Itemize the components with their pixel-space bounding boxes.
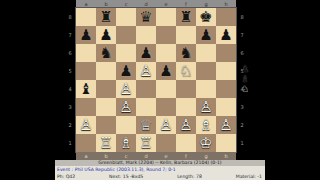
rank-label-5: 5 (65, 62, 75, 80)
white-bishop: ♗ (199, 116, 212, 134)
square-g8: ♚ (196, 8, 216, 26)
rank-label-2: 2 (237, 116, 247, 134)
captured-black-pawn: ♟ (241, 64, 249, 74)
square-f3 (176, 98, 196, 116)
square-g6 (196, 44, 216, 62)
file-label-f: f (176, 152, 196, 160)
square-f7 (176, 26, 196, 44)
file-label-c: c (116, 152, 136, 160)
file-label-h: h (216, 152, 236, 160)
rank-label-1: 1 (237, 134, 247, 152)
file-label-a: a (76, 152, 96, 160)
square-h7: ♟ (216, 26, 236, 44)
event-line: Event : Phil USA Republic (2003.11.3), R… (55, 166, 265, 173)
square-g5 (196, 62, 216, 80)
file-label-b: b (96, 0, 116, 8)
square-c6 (116, 44, 136, 62)
black-rook: ♜ (99, 8, 112, 26)
square-h2: ♙ (216, 116, 236, 134)
file-labels-top: abcdefgh (76, 0, 236, 8)
square-b5 (96, 62, 116, 80)
square-g4 (196, 80, 216, 98)
rank-label-6: 6 (65, 44, 75, 62)
rank-label-1: 1 (65, 134, 75, 152)
white-bishop: ♗ (119, 134, 132, 152)
square-b8: ♜ (96, 8, 116, 26)
square-h1 (216, 134, 236, 152)
square-a3 (76, 98, 96, 116)
file-label-f: f (176, 0, 196, 8)
white-pawn: ♙ (119, 98, 132, 116)
square-f8: ♜ (176, 8, 196, 26)
rank-labels-left: 87654321 (65, 8, 75, 152)
white-king: ♔ (199, 134, 212, 152)
black-knight: ♞ (179, 44, 192, 62)
file-label-b: b (96, 152, 116, 160)
square-g7: ♟ (196, 26, 216, 44)
black-rook: ♜ (179, 8, 192, 26)
square-c1: ♗ (116, 134, 136, 152)
white-knight: ♘ (179, 62, 192, 80)
game-info-caption: Greenblatt, Mark (2204) -- Kelln, Barbar… (55, 160, 265, 180)
square-d5: ♙ (136, 62, 156, 80)
square-b1: ♖ (96, 134, 116, 152)
square-d6: ♟ (136, 44, 156, 62)
video-frame: abcdefgh 87654321 ♜♛♜♚♟♟♟♟♞♟♞♟♙♟♘♝♙♙♙♙♕♙… (40, 0, 280, 180)
file-label-h: h (216, 0, 236, 8)
file-label-e: e (156, 0, 176, 8)
file-labels-bottom: abcdefgh (76, 152, 236, 160)
rank-label-6: 6 (237, 44, 247, 62)
rank-label-2: 2 (65, 116, 75, 134)
white-pawn: ♙ (199, 98, 212, 116)
square-a2: ♙ (76, 116, 96, 134)
rank-label-8: 8 (65, 8, 75, 26)
file-label-e: e (156, 152, 176, 160)
square-a6 (76, 44, 96, 62)
square-c8 (116, 8, 136, 26)
file-label-d: d (136, 152, 156, 160)
black-pawn: ♟ (79, 26, 92, 44)
black-queen: ♛ (139, 8, 152, 26)
white-pawn: ♙ (219, 116, 232, 134)
rank-label-7: 7 (237, 26, 247, 44)
square-e3 (156, 98, 176, 116)
file-label-g: g (196, 152, 216, 160)
square-h8 (216, 8, 236, 26)
prev-move: Ph: Qd2 (57, 173, 75, 180)
rank-label-8: 8 (237, 8, 247, 26)
square-a8 (76, 8, 96, 26)
square-g1: ♔ (196, 134, 216, 152)
white-pawn: ♙ (179, 116, 192, 134)
square-d8: ♛ (136, 8, 156, 26)
square-b7: ♟ (96, 26, 116, 44)
square-e5: ♟ (156, 62, 176, 80)
square-c2 (116, 116, 136, 134)
white-queen: ♕ (139, 116, 152, 134)
black-pawn: ♟ (159, 62, 172, 80)
white-pawn: ♙ (119, 80, 132, 98)
square-a7: ♟ (76, 26, 96, 44)
square-e2: ♙ (156, 116, 176, 134)
square-f4 (176, 80, 196, 98)
file-label-g: g (196, 0, 216, 8)
black-pawn: ♟ (99, 26, 112, 44)
square-a4: ♝ (76, 80, 96, 98)
rank-label-3: 3 (237, 98, 247, 116)
square-a5 (76, 62, 96, 80)
black-king: ♚ (199, 8, 212, 26)
square-f2: ♙ (176, 116, 196, 134)
file-label-a: a (76, 0, 96, 8)
square-b3 (96, 98, 116, 116)
captured-pieces-tray: ♟♝♘ (239, 64, 251, 94)
white-rook: ♖ (139, 134, 152, 152)
black-knight: ♞ (99, 44, 112, 62)
file-label-d: d (136, 0, 156, 8)
captured-black-bishop: ♝ (241, 74, 249, 84)
chess-board: ♜♛♜♚♟♟♟♟♞♟♞♟♙♟♘♝♙♙♙♙♕♙♙♗♙♖♗♖♔ (76, 8, 236, 152)
captured-white-knight: ♘ (241, 84, 249, 94)
game-length: Length: 78 (177, 173, 202, 180)
square-d7 (136, 26, 156, 44)
rank-label-3: 3 (65, 98, 75, 116)
file-label-c: c (116, 0, 136, 8)
square-f1 (176, 134, 196, 152)
square-d2: ♕ (136, 116, 156, 134)
square-c4: ♙ (116, 80, 136, 98)
material-balance: Material: -1 (236, 173, 262, 180)
square-h5 (216, 62, 236, 80)
square-c7 (116, 26, 136, 44)
move-info-line: Ph: Qd2 Next: 15 -Bxd5 Length: 78 Materi… (55, 173, 265, 180)
black-pawn: ♟ (139, 44, 152, 62)
square-c5: ♟ (116, 62, 136, 80)
square-e7 (156, 26, 176, 44)
rank-label-7: 7 (65, 26, 75, 44)
square-f6: ♞ (176, 44, 196, 62)
square-f5: ♘ (176, 62, 196, 80)
square-e4 (156, 80, 176, 98)
white-pawn: ♙ (139, 62, 152, 80)
square-h3 (216, 98, 236, 116)
square-d1: ♖ (136, 134, 156, 152)
rank-label-4: 4 (65, 80, 75, 98)
square-b2 (96, 116, 116, 134)
black-pawn: ♟ (219, 26, 232, 44)
square-a1 (76, 134, 96, 152)
square-h6 (216, 44, 236, 62)
white-pawn: ♙ (79, 116, 92, 134)
square-g3: ♙ (196, 98, 216, 116)
square-h4 (216, 80, 236, 98)
next-move: Next: 15 -Bxd5 (109, 173, 143, 180)
square-e6 (156, 44, 176, 62)
black-pawn: ♟ (199, 26, 212, 44)
square-d3 (136, 98, 156, 116)
square-e1 (156, 134, 176, 152)
square-e8 (156, 8, 176, 26)
square-b6: ♞ (96, 44, 116, 62)
square-d4 (136, 80, 156, 98)
black-bishop: ♝ (79, 80, 92, 98)
white-rook: ♖ (99, 134, 112, 152)
square-c3: ♙ (116, 98, 136, 116)
square-b4 (96, 80, 116, 98)
black-pawn: ♟ (119, 62, 132, 80)
white-pawn: ♙ (159, 116, 172, 134)
square-g2: ♗ (196, 116, 216, 134)
